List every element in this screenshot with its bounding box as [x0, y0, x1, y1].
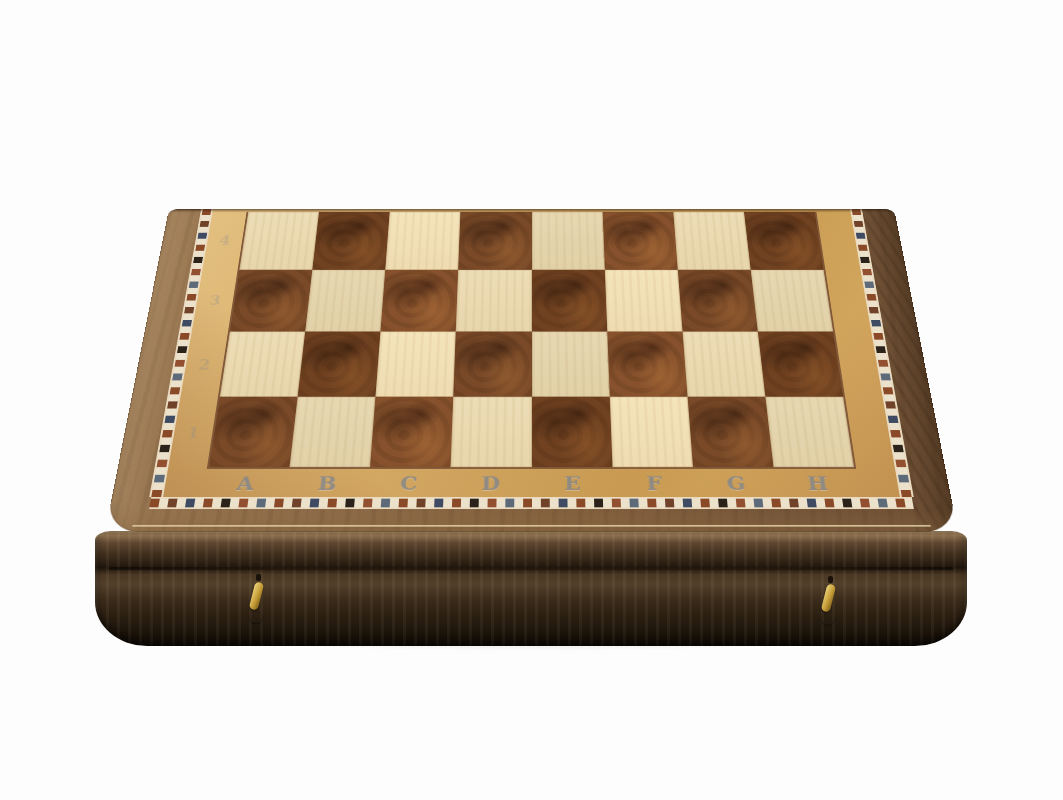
- square-e3: [532, 270, 607, 332]
- walnut-frame-front: [105, 509, 958, 532]
- latch-hook-icon: [821, 583, 837, 612]
- square-c3: [381, 270, 459, 332]
- square-d3: [456, 270, 531, 332]
- board-fold-edge: [168, 209, 895, 212]
- file-label-f: F: [613, 469, 696, 497]
- square-b3: [305, 270, 385, 332]
- file-label-e: E: [532, 469, 614, 497]
- square-f3: [605, 270, 683, 332]
- square-a1: [209, 397, 298, 467]
- mosaic-strip-bottom: [149, 497, 914, 509]
- latch-knob-icon: [250, 611, 262, 623]
- square-b4: [312, 212, 389, 270]
- square-f4: [602, 212, 677, 270]
- square-h3: [751, 270, 834, 332]
- latch-hook-icon: [249, 581, 265, 610]
- product-photo-scene: ABCDEFGH 4321: [0, 0, 1063, 800]
- brass-latch-left: [248, 574, 266, 630]
- square-d4: [458, 212, 531, 270]
- square-d1: [451, 397, 532, 467]
- square-b2: [298, 331, 381, 397]
- square-c2: [376, 331, 456, 397]
- square-d2: [454, 331, 532, 397]
- square-h4: [744, 212, 824, 270]
- square-f1: [609, 397, 692, 467]
- lid-groove: [109, 567, 953, 570]
- square-b1: [290, 397, 376, 467]
- square-h2: [758, 331, 844, 397]
- square-g1: [687, 397, 773, 467]
- square-a2: [220, 331, 306, 397]
- file-label-d: D: [449, 469, 531, 497]
- chess-board: [207, 212, 856, 469]
- burl-coordinate-border: ABCDEFGH 4321: [163, 209, 900, 497]
- file-label-b: B: [285, 469, 369, 497]
- square-a3: [230, 270, 313, 332]
- latch-slot-icon: [256, 574, 261, 581]
- square-a4: [239, 212, 319, 270]
- cream-pinstripe-inlay: [132, 525, 931, 527]
- file-label-g: G: [694, 469, 778, 497]
- file-label-a: A: [202, 469, 288, 497]
- square-e2: [532, 331, 610, 397]
- square-e4: [532, 212, 605, 270]
- square-f2: [607, 331, 687, 397]
- file-label-c: C: [367, 469, 450, 497]
- square-g4: [673, 212, 750, 270]
- brass-latch-right: [820, 576, 838, 632]
- chess-case-lid: ABCDEFGH 4321: [105, 209, 958, 532]
- file-labels: ABCDEFGH: [202, 469, 860, 497]
- square-g3: [678, 270, 758, 332]
- square-g2: [682, 331, 765, 397]
- square-h1: [765, 397, 854, 467]
- file-label-h: H: [775, 469, 861, 497]
- square-c4: [385, 212, 460, 270]
- square-c1: [370, 397, 453, 467]
- square-e1: [532, 397, 613, 467]
- latch-slot-icon: [828, 576, 833, 583]
- latch-knob-icon: [822, 613, 834, 625]
